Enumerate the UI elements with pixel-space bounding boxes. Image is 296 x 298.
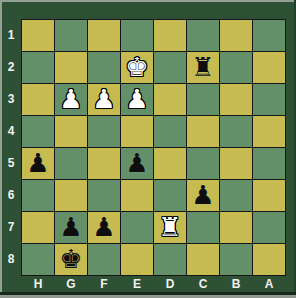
chess-board-window: ♚♜♟♟♟♟♟♟♟♟♜♚ 12345678 HGFEDCBA — [0, 0, 296, 298]
square-a2[interactable] — [253, 52, 285, 83]
file-label-c: C — [187, 277, 219, 291]
black-pawn: ♟ — [88, 212, 120, 243]
square-f6[interactable] — [88, 180, 120, 211]
square-a7[interactable] — [253, 212, 285, 243]
square-b3[interactable] — [220, 84, 252, 115]
square-f7[interactable]: ♟ — [88, 212, 120, 243]
square-e7[interactable] — [121, 212, 153, 243]
square-d4[interactable] — [154, 116, 186, 147]
square-h7[interactable] — [22, 212, 54, 243]
rank-label-8: 8 — [2, 244, 20, 275]
black-pawn: ♟ — [55, 212, 87, 243]
square-g6[interactable] — [55, 180, 87, 211]
square-f4[interactable] — [88, 116, 120, 147]
square-b1[interactable] — [220, 20, 252, 51]
square-c3[interactable] — [187, 84, 219, 115]
square-a6[interactable] — [253, 180, 285, 211]
square-h5[interactable]: ♟ — [22, 148, 54, 179]
square-f5[interactable] — [88, 148, 120, 179]
black-pawn: ♟ — [187, 180, 219, 211]
square-d2[interactable] — [154, 52, 186, 83]
rank-label-6: 6 — [2, 180, 20, 211]
black-king: ♚ — [55, 244, 87, 275]
square-d5[interactable] — [154, 148, 186, 179]
square-e3[interactable]: ♟ — [121, 84, 153, 115]
file-label-e: E — [121, 277, 153, 291]
square-c7[interactable] — [187, 212, 219, 243]
square-a3[interactable] — [253, 84, 285, 115]
square-c6[interactable]: ♟ — [187, 180, 219, 211]
square-b8[interactable] — [220, 244, 252, 275]
square-a4[interactable] — [253, 116, 285, 147]
square-b4[interactable] — [220, 116, 252, 147]
square-f8[interactable] — [88, 244, 120, 275]
square-g5[interactable] — [55, 148, 87, 179]
file-label-d: D — [154, 277, 186, 291]
file-label-b: B — [220, 277, 252, 291]
square-f2[interactable] — [88, 52, 120, 83]
square-h6[interactable] — [22, 180, 54, 211]
square-g1[interactable] — [55, 20, 87, 51]
square-g3[interactable]: ♟ — [55, 84, 87, 115]
square-b6[interactable] — [220, 180, 252, 211]
square-h1[interactable] — [22, 20, 54, 51]
square-c2[interactable]: ♜ — [187, 52, 219, 83]
square-a5[interactable] — [253, 148, 285, 179]
square-h2[interactable] — [22, 52, 54, 83]
black-pawn: ♟ — [22, 148, 54, 179]
rank-label-1: 1 — [2, 20, 20, 51]
white-king: ♚ — [121, 52, 153, 83]
square-e8[interactable] — [121, 244, 153, 275]
square-e5[interactable]: ♟ — [121, 148, 153, 179]
black-pawn: ♟ — [121, 148, 153, 179]
square-d1[interactable] — [154, 20, 186, 51]
square-a1[interactable] — [253, 20, 285, 51]
file-label-a: A — [253, 277, 285, 291]
white-pawn: ♟ — [88, 84, 120, 115]
white-pawn: ♟ — [121, 84, 153, 115]
window-bevel-top — [0, 0, 296, 2]
square-h8[interactable] — [22, 244, 54, 275]
square-c5[interactable] — [187, 148, 219, 179]
square-b7[interactable] — [220, 212, 252, 243]
rank-label-4: 4 — [2, 116, 20, 147]
square-e6[interactable] — [121, 180, 153, 211]
square-d6[interactable] — [154, 180, 186, 211]
square-b2[interactable] — [220, 52, 252, 83]
square-g2[interactable] — [55, 52, 87, 83]
black-rook: ♜ — [187, 52, 219, 83]
square-h4[interactable] — [22, 116, 54, 147]
square-g8[interactable]: ♚ — [55, 244, 87, 275]
square-d3[interactable] — [154, 84, 186, 115]
square-a8[interactable] — [253, 244, 285, 275]
rank-label-7: 7 — [2, 212, 20, 243]
square-c8[interactable] — [187, 244, 219, 275]
square-f3[interactable]: ♟ — [88, 84, 120, 115]
square-c1[interactable] — [187, 20, 219, 51]
square-e2[interactable]: ♚ — [121, 52, 153, 83]
file-label-g: G — [55, 277, 87, 291]
square-e1[interactable] — [121, 20, 153, 51]
square-e4[interactable] — [121, 116, 153, 147]
square-d8[interactable] — [154, 244, 186, 275]
square-g7[interactable]: ♟ — [55, 212, 87, 243]
rank-label-2: 2 — [2, 52, 20, 83]
square-c4[interactable] — [187, 116, 219, 147]
square-g4[interactable] — [55, 116, 87, 147]
square-h3[interactable] — [22, 84, 54, 115]
white-rook: ♜ — [154, 212, 186, 243]
square-f1[interactable] — [88, 20, 120, 51]
file-label-f: F — [88, 277, 120, 291]
board-grid: ♚♜♟♟♟♟♟♟♟♟♜♚ — [21, 19, 286, 276]
white-pawn: ♟ — [55, 84, 87, 115]
file-label-h: H — [22, 277, 54, 291]
rank-label-5: 5 — [2, 148, 20, 179]
window-edge-right — [294, 0, 296, 298]
square-d7[interactable]: ♜ — [154, 212, 186, 243]
rank-label-3: 3 — [2, 84, 20, 115]
square-b5[interactable] — [220, 148, 252, 179]
